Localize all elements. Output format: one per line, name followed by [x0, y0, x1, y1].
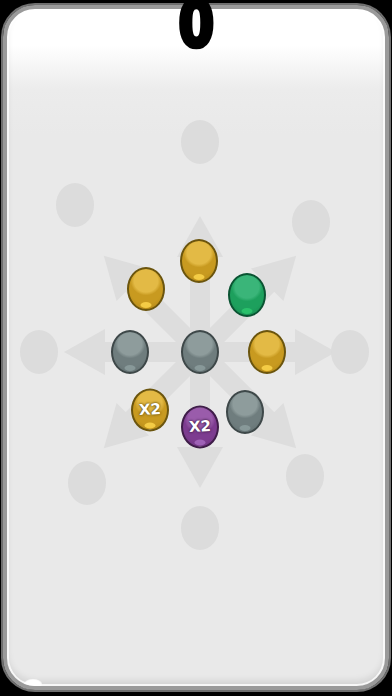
ball-se-gray[interactable]: [226, 390, 264, 434]
empty-slot: [286, 454, 324, 498]
empty-slot: [292, 200, 330, 244]
game-board[interactable]: X2X2: [3, 5, 389, 690]
empty-slot: [181, 506, 219, 550]
empty-slot: [56, 183, 94, 227]
score-display: 0: [0, 0, 392, 50]
empty-slot: [181, 120, 219, 164]
empty-slot: [68, 461, 106, 505]
ball-w-gray[interactable]: [111, 330, 149, 374]
board-glint: [24, 679, 42, 689]
multiplier-label: X2: [189, 419, 212, 435]
ball-sw-gold[interactable]: X2: [131, 389, 169, 432]
ball-n-gold[interactable]: [180, 239, 218, 283]
ball-c-gray[interactable]: [181, 330, 219, 374]
game-screen: X2X2 0: [0, 0, 392, 696]
ball-nw-gold[interactable]: [127, 267, 165, 311]
ball-e-gold[interactable]: [248, 330, 286, 374]
empty-slot: [20, 330, 58, 374]
multiplier-label: X2: [139, 402, 162, 418]
empty-slot: [331, 330, 369, 374]
ball-s-purple[interactable]: X2: [181, 406, 219, 449]
score-value: 0: [178, 0, 214, 50]
ball-ne-green[interactable]: [228, 273, 266, 317]
